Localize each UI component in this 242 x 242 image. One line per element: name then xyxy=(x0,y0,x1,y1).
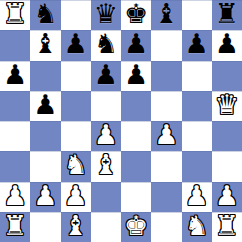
square-e3[interactable] xyxy=(121,151,151,181)
square-g6[interactable] xyxy=(182,61,212,91)
square-c5[interactable] xyxy=(61,91,91,121)
piece-white-rook[interactable]: ♜ xyxy=(215,212,239,241)
square-e5[interactable] xyxy=(121,91,151,121)
piece-white-pawn[interactable]: ♟ xyxy=(185,182,209,211)
piece-white-knight[interactable]: ♞ xyxy=(185,212,209,241)
piece-black-rook[interactable]: ♜ xyxy=(215,0,239,29)
square-a7[interactable] xyxy=(0,30,30,60)
piece-black-pawn[interactable]: ♟ xyxy=(33,91,57,120)
square-a8[interactable]: ♜ xyxy=(0,0,30,30)
piece-white-queen[interactable]: ♛ xyxy=(215,91,239,120)
piece-black-pawn[interactable]: ♟ xyxy=(215,30,239,59)
square-e2[interactable] xyxy=(121,182,151,212)
square-a1[interactable]: ♜ xyxy=(0,212,30,242)
piece-black-pawn[interactable]: ♟ xyxy=(124,30,148,59)
square-f7[interactable] xyxy=(151,30,181,60)
square-g5[interactable] xyxy=(182,91,212,121)
square-d4[interactable]: ♟ xyxy=(91,121,121,151)
square-c8[interactable] xyxy=(61,0,91,30)
piece-white-knight[interactable]: ♞ xyxy=(64,151,88,180)
square-f4[interactable]: ♟ xyxy=(151,121,181,151)
square-h3[interactable] xyxy=(212,151,242,181)
piece-black-pawn[interactable]: ♟ xyxy=(3,61,27,90)
square-e8[interactable]: ♚ xyxy=(121,0,151,30)
square-d6[interactable]: ♟ xyxy=(91,61,121,91)
square-a3[interactable] xyxy=(0,151,30,181)
square-e4[interactable] xyxy=(121,121,151,151)
square-g1[interactable]: ♞ xyxy=(182,212,212,242)
square-b1[interactable] xyxy=(30,212,60,242)
square-b7[interactable]: ♝ xyxy=(30,30,60,60)
square-f8[interactable]: ♝ xyxy=(151,0,181,30)
piece-black-pawn[interactable]: ♟ xyxy=(124,61,148,90)
piece-black-pawn[interactable]: ♟ xyxy=(94,61,118,90)
square-h2[interactable]: ♟ xyxy=(212,182,242,212)
square-d5[interactable] xyxy=(91,91,121,121)
piece-white-pawn[interactable]: ♟ xyxy=(3,182,27,211)
piece-black-pawn[interactable]: ♟ xyxy=(64,30,88,59)
square-d1[interactable] xyxy=(91,212,121,242)
square-h7[interactable]: ♟ xyxy=(212,30,242,60)
square-h1[interactable]: ♜ xyxy=(212,212,242,242)
square-g3[interactable] xyxy=(182,151,212,181)
piece-black-pawn[interactable]: ♟ xyxy=(185,30,209,59)
square-g7[interactable]: ♟ xyxy=(182,30,212,60)
square-c6[interactable] xyxy=(61,61,91,91)
square-a4[interactable] xyxy=(0,121,30,151)
square-e6[interactable]: ♟ xyxy=(121,61,151,91)
piece-black-bishop[interactable]: ♝ xyxy=(33,30,57,59)
square-a6[interactable]: ♟ xyxy=(0,61,30,91)
square-b6[interactable] xyxy=(30,61,60,91)
square-f3[interactable] xyxy=(151,151,181,181)
square-f6[interactable] xyxy=(151,61,181,91)
square-a5[interactable] xyxy=(0,91,30,121)
square-f1[interactable] xyxy=(151,212,181,242)
square-b5[interactable]: ♟ xyxy=(30,91,60,121)
piece-black-bishop[interactable]: ♝ xyxy=(154,0,178,29)
piece-white-pawn[interactable]: ♟ xyxy=(215,182,239,211)
square-h4[interactable] xyxy=(212,121,242,151)
piece-white-rook[interactable]: ♜ xyxy=(3,0,27,29)
piece-black-queen[interactable]: ♛ xyxy=(94,0,118,29)
square-a2[interactable]: ♟ xyxy=(0,182,30,212)
piece-black-knight[interactable]: ♞ xyxy=(33,0,57,29)
square-h6[interactable] xyxy=(212,61,242,91)
piece-white-pawn[interactable]: ♟ xyxy=(154,121,178,150)
chess-board: ♜♞♛♚♝♜♝♟♞♟♟♟♟♟♟♟♛♟♟♞♝♟♟♟♟♟♜♝♚♞♜ xyxy=(0,0,242,242)
square-b3[interactable] xyxy=(30,151,60,181)
piece-white-king[interactable]: ♚ xyxy=(124,212,148,241)
piece-black-king[interactable]: ♚ xyxy=(124,0,148,29)
square-b8[interactable]: ♞ xyxy=(30,0,60,30)
piece-black-knight[interactable]: ♞ xyxy=(94,30,118,59)
square-b4[interactable] xyxy=(30,121,60,151)
piece-white-bishop[interactable]: ♝ xyxy=(94,151,118,180)
square-d3[interactable]: ♝ xyxy=(91,151,121,181)
board-wrap: ♜♞♛♚♝♜♝♟♞♟♟♟♟♟♟♟♛♟♟♞♝♟♟♟♟♟♜♝♚♞♜ xyxy=(0,0,242,242)
square-c4[interactable] xyxy=(61,121,91,151)
piece-white-pawn[interactable]: ♟ xyxy=(64,182,88,211)
square-c3[interactable]: ♞ xyxy=(61,151,91,181)
square-g8[interactable] xyxy=(182,0,212,30)
square-e7[interactable]: ♟ xyxy=(121,30,151,60)
square-d8[interactable]: ♛ xyxy=(91,0,121,30)
square-d2[interactable] xyxy=(91,182,121,212)
square-f2[interactable] xyxy=(151,182,181,212)
square-c1[interactable]: ♝ xyxy=(61,212,91,242)
square-b2[interactable]: ♟ xyxy=(30,182,60,212)
square-f5[interactable] xyxy=(151,91,181,121)
square-e1[interactable]: ♚ xyxy=(121,212,151,242)
piece-white-pawn[interactable]: ♟ xyxy=(33,182,57,211)
square-h8[interactable]: ♜ xyxy=(212,0,242,30)
square-d7[interactable]: ♞ xyxy=(91,30,121,60)
square-g4[interactable] xyxy=(182,121,212,151)
square-c7[interactable]: ♟ xyxy=(61,30,91,60)
square-h5[interactable]: ♛ xyxy=(212,91,242,121)
piece-white-bishop[interactable]: ♝ xyxy=(64,212,88,241)
square-c2[interactable]: ♟ xyxy=(61,182,91,212)
square-g2[interactable]: ♟ xyxy=(182,182,212,212)
piece-white-rook[interactable]: ♜ xyxy=(3,212,27,241)
piece-white-pawn[interactable]: ♟ xyxy=(94,121,118,150)
